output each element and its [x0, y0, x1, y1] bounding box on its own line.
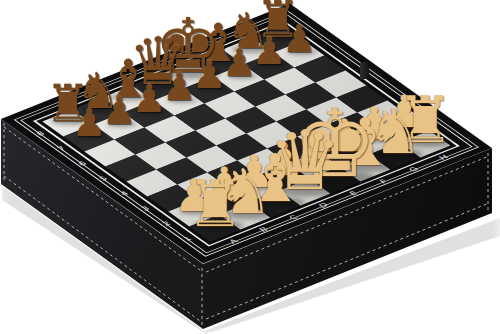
rank-label-6: 6	[77, 161, 88, 167]
file-label-f: F	[379, 179, 390, 185]
rank-label-1: 1	[182, 236, 193, 242]
file-label-c: C	[288, 214, 300, 221]
file-label-g: G	[408, 166, 420, 173]
rank-label-8: 8	[35, 131, 46, 137]
file-label-d: D	[318, 202, 330, 209]
file-label-h: H	[438, 154, 450, 161]
rank-label-7: 7	[56, 146, 67, 152]
rank-label-5: 5	[98, 176, 109, 182]
rank-label-2: 2	[161, 221, 172, 227]
rank-label-4: 4	[119, 191, 130, 197]
file-label-a: A	[228, 238, 240, 245]
rank-label-3: 3	[140, 206, 151, 212]
file-label-b: B	[258, 226, 270, 233]
chess-set-photo: ABCDEFGH12345678 ♜♞♝♛♚♝♞♜♟♟♟♟♟♟♟♟♟♟♟♟♟♟♟…	[0, 0, 500, 334]
file-label-e: E	[348, 190, 359, 196]
box-latch-tab	[360, 61, 369, 79]
